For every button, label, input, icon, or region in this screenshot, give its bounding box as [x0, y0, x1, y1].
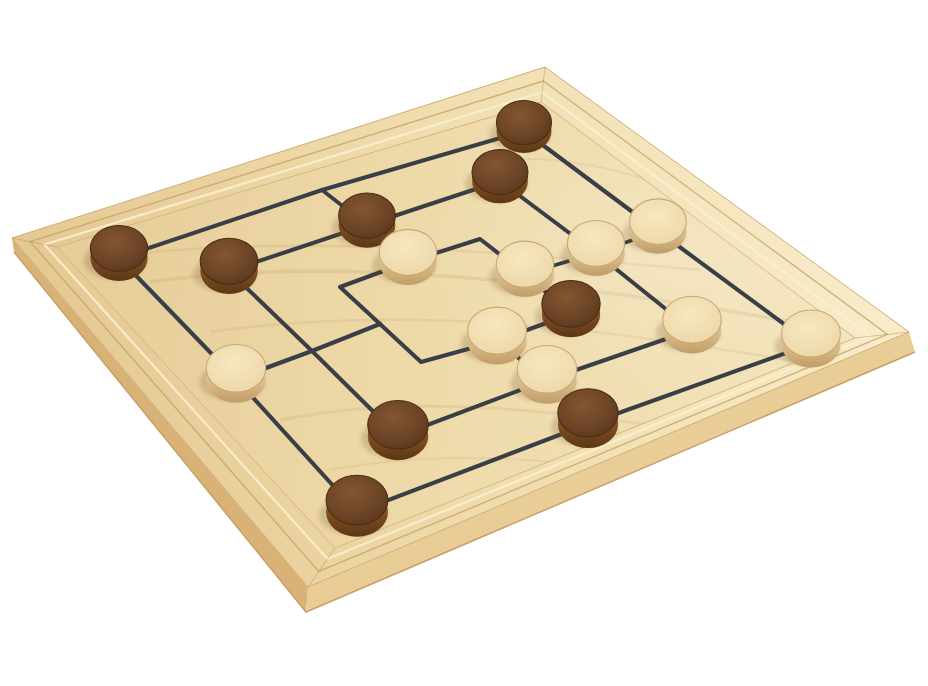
piece-top	[472, 150, 528, 195]
piece-top	[663, 296, 722, 343]
point-a4[interactable]	[311, 179, 333, 201]
point-c3[interactable]	[329, 276, 351, 298]
point-d2[interactable]	[301, 340, 323, 362]
piece-top	[339, 193, 396, 238]
piece-top	[630, 199, 687, 244]
piece-top	[200, 238, 258, 284]
photo-canvas	[0, 0, 928, 686]
piece-top	[558, 389, 618, 437]
piece-top	[379, 229, 436, 275]
piece-top	[206, 344, 265, 392]
piece-top	[542, 281, 600, 328]
point-e3[interactable]	[410, 351, 432, 373]
piece-top	[326, 475, 388, 525]
piece-top	[782, 310, 841, 357]
piece-top	[496, 100, 551, 144]
point-c5[interactable]	[469, 228, 491, 250]
piece-top	[368, 401, 429, 449]
piece-top	[517, 345, 577, 393]
point-d3[interactable]	[369, 313, 391, 335]
piece-top	[90, 225, 147, 271]
piece-top	[567, 221, 624, 267]
piece-top	[468, 307, 527, 354]
morris-board	[0, 0, 928, 686]
piece-top	[496, 241, 554, 287]
